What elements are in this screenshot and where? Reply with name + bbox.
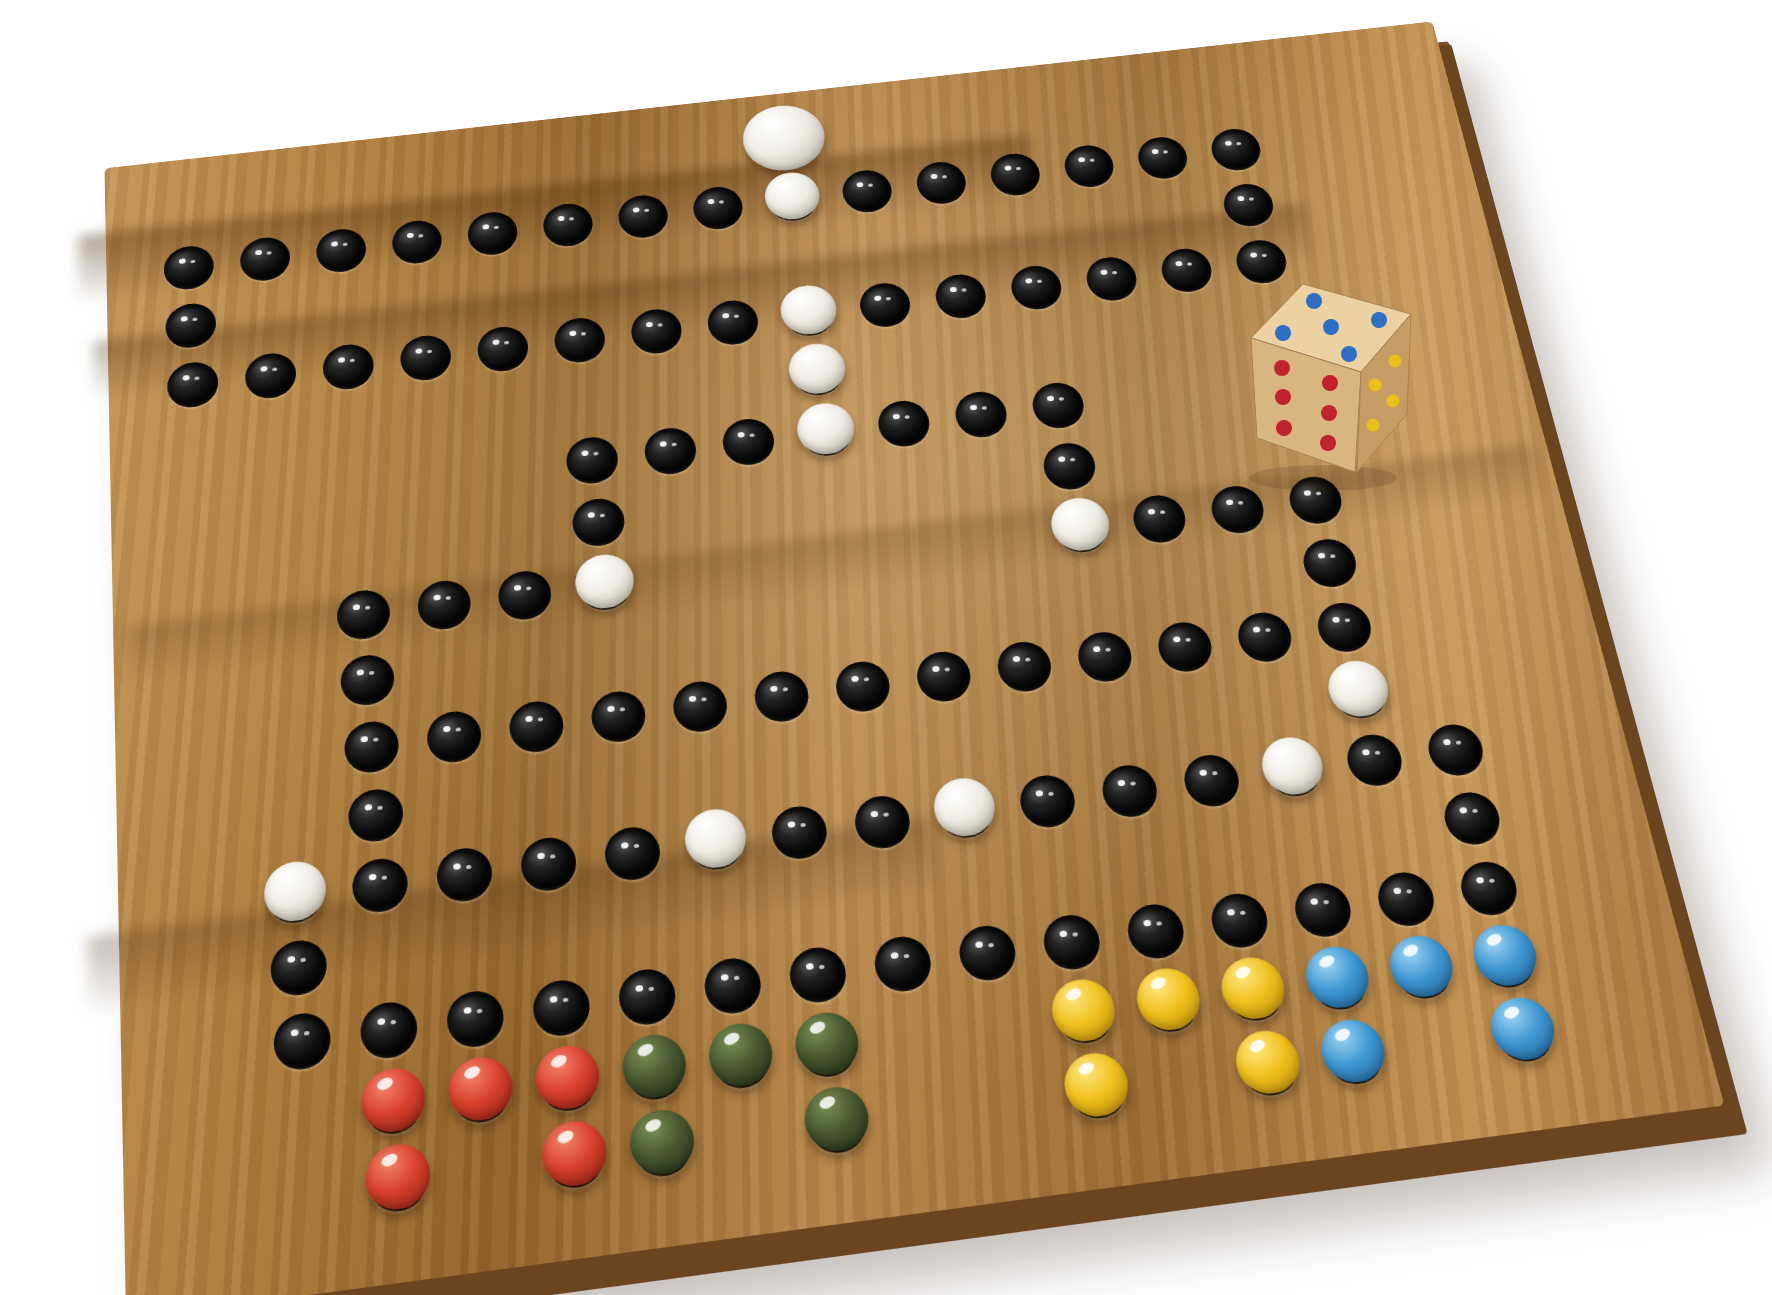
board-hole[interactable] — [1040, 441, 1099, 493]
board-hole[interactable] — [416, 578, 472, 632]
marble-yellow[interactable] — [1060, 1050, 1133, 1121]
board-hole[interactable] — [1154, 620, 1216, 675]
board-hole[interactable] — [1373, 869, 1439, 929]
marble-yellow[interactable] — [1231, 1027, 1305, 1097]
board-hole[interactable] — [1456, 859, 1522, 919]
board-hole[interactable] — [988, 151, 1044, 198]
die[interactable] — [1243, 276, 1433, 496]
board-hole[interactable] — [508, 699, 566, 755]
board-hole[interactable] — [270, 937, 328, 998]
board-hole[interactable] — [244, 351, 297, 401]
board-hole[interactable] — [1234, 610, 1296, 665]
board-hole[interactable] — [616, 193, 670, 240]
board-hole[interactable] — [1098, 762, 1161, 820]
board-hole[interactable] — [994, 639, 1055, 694]
board-hole[interactable] — [322, 342, 375, 392]
board-hole[interactable] — [1029, 380, 1087, 431]
board-hole[interactable] — [315, 227, 367, 275]
marble-white[interactable] — [786, 341, 849, 397]
marble-red[interactable] — [533, 1042, 602, 1113]
board-hole[interactable] — [1134, 135, 1190, 181]
board-hole[interactable] — [391, 218, 443, 266]
marble-red[interactable] — [364, 1141, 432, 1214]
board-hole[interactable] — [1208, 127, 1265, 173]
marble-white[interactable] — [778, 283, 840, 338]
board-hole[interactable] — [857, 281, 913, 330]
board-hole[interactable] — [642, 425, 698, 476]
board-hole[interactable] — [239, 235, 291, 283]
board-hole[interactable] — [564, 435, 620, 487]
board-hole[interactable] — [1220, 182, 1278, 229]
board-hole[interactable] — [933, 272, 990, 321]
board-hole[interactable] — [359, 999, 419, 1061]
board-hole[interactable] — [1061, 143, 1117, 189]
marble-green[interactable] — [792, 1009, 862, 1079]
board-hole[interactable] — [589, 689, 647, 745]
board-hole[interactable] — [541, 201, 594, 248]
board-hole[interactable] — [165, 301, 217, 350]
hole-grid — [104, 21, 1432, 168]
board-hole[interactable] — [952, 389, 1010, 440]
board-hole[interactable] — [705, 298, 760, 347]
marble-blue[interactable] — [1468, 922, 1543, 990]
board-hole[interactable] — [914, 160, 969, 207]
marble-green[interactable] — [706, 1020, 776, 1090]
board-hole[interactable] — [1313, 600, 1376, 655]
board-hole[interactable] — [347, 786, 405, 844]
marble-blue[interactable] — [1485, 994, 1561, 1063]
marble-red[interactable] — [360, 1065, 427, 1136]
game-board — [104, 21, 1724, 1295]
marble-white[interactable] — [930, 775, 999, 840]
board-hole[interactable] — [426, 709, 483, 766]
board-hole[interactable] — [720, 416, 777, 467]
board-hole[interactable] — [476, 324, 530, 374]
marble-white[interactable] — [762, 170, 823, 222]
board-hole[interactable] — [1439, 789, 1505, 847]
marble-white[interactable] — [1047, 495, 1114, 554]
goal-marble[interactable] — [739, 102, 829, 175]
marble-blue[interactable] — [1300, 943, 1374, 1011]
board-hole[interactable] — [519, 835, 578, 894]
board-hole[interactable] — [1124, 901, 1188, 961]
board-hole[interactable] — [1299, 536, 1361, 589]
board-hole[interactable] — [629, 307, 684, 356]
board-hole[interactable] — [852, 793, 913, 851]
board-hole[interactable] — [872, 934, 935, 995]
die-shadow — [1249, 465, 1397, 491]
board-hole[interactable] — [769, 803, 830, 861]
board-hole[interactable] — [1040, 912, 1104, 973]
board-surface — [104, 21, 1724, 1295]
board-hole[interactable] — [1207, 891, 1272, 951]
board-hole[interactable] — [702, 955, 764, 1016]
board-hole[interactable] — [336, 588, 392, 642]
board-hole[interactable] — [553, 316, 607, 365]
board-hole[interactable] — [691, 185, 745, 232]
board-hole[interactable] — [617, 966, 678, 1028]
board-hole[interactable] — [497, 568, 553, 622]
marble-blue[interactable] — [1316, 1016, 1391, 1086]
board-hole[interactable] — [1074, 629, 1135, 684]
board-hole[interactable] — [840, 168, 895, 215]
photo-background — [0, 0, 1772, 1295]
board-hole[interactable] — [339, 652, 395, 708]
board-hole[interactable] — [603, 824, 663, 883]
marble-yellow[interactable] — [1132, 965, 1205, 1034]
marble-white[interactable] — [1257, 734, 1328, 798]
board-hole[interactable] — [1290, 880, 1355, 940]
board-hole[interactable] — [435, 845, 494, 904]
marble-blue[interactable] — [1384, 932, 1458, 1000]
marble-green[interactable] — [801, 1083, 872, 1154]
board-hole[interactable] — [752, 669, 811, 725]
board-hole[interactable] — [445, 988, 505, 1050]
marble-red[interactable] — [540, 1118, 609, 1190]
marble-white[interactable] — [682, 806, 749, 871]
marble-green[interactable] — [627, 1106, 697, 1178]
board-hole[interactable] — [1158, 246, 1216, 294]
board-hole[interactable] — [466, 210, 519, 258]
board-hole[interactable] — [1343, 732, 1407, 789]
board-hole[interactable] — [1017, 773, 1079, 831]
board-hole[interactable] — [273, 1010, 332, 1073]
board-hole[interactable] — [1083, 255, 1140, 303]
board-hole[interactable] — [875, 398, 932, 449]
board-hole[interactable] — [531, 977, 592, 1039]
marble-yellow[interactable] — [1216, 954, 1289, 1023]
board-hole[interactable] — [399, 333, 453, 383]
marble-white[interactable] — [263, 858, 327, 924]
board-hole[interactable] — [1129, 493, 1189, 546]
board-hole[interactable] — [1423, 722, 1488, 779]
marble-white[interactable] — [573, 552, 636, 612]
marble-white[interactable] — [794, 400, 858, 457]
board-hole[interactable] — [163, 244, 214, 292]
board-hole[interactable] — [956, 923, 1019, 984]
marble-white[interactable] — [1323, 658, 1394, 720]
board-hole[interactable] — [351, 856, 409, 915]
board-hole[interactable] — [167, 360, 219, 410]
board-hole[interactable] — [833, 659, 893, 715]
marble-yellow[interactable] — [1047, 976, 1119, 1045]
board-hole[interactable] — [787, 944, 849, 1005]
board-hole[interactable] — [1180, 752, 1243, 809]
board-hole[interactable] — [914, 649, 974, 705]
board-hole[interactable] — [570, 496, 626, 549]
marble-green[interactable] — [620, 1031, 689, 1101]
board-hole[interactable] — [343, 719, 400, 776]
board-hole[interactable] — [1008, 263, 1065, 312]
board-hole[interactable] — [671, 679, 730, 735]
marble-red[interactable] — [447, 1054, 515, 1125]
